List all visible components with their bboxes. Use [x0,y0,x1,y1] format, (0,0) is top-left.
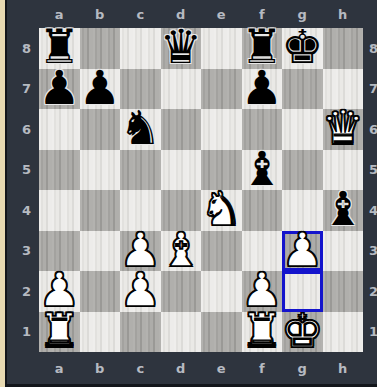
square-g3[interactable]: ♟ [282,231,323,272]
square-c5[interactable] [120,150,161,191]
piece-white-rook: ♜ [38,311,80,352]
square-g6[interactable] [282,109,323,150]
file-label-bottom-h: h [323,352,364,384]
square-e1[interactable] [201,312,242,353]
square-a4[interactable] [39,190,80,231]
square-c1[interactable] [120,312,161,353]
piece-white-knight: ♞ [200,189,242,230]
chessboard-widget: abcdefgh abcdefgh 87654321 87654321 ♜♛♜♚… [5,0,377,387]
square-f1[interactable]: ♜ [242,312,283,353]
square-d6[interactable] [161,109,202,150]
square-d2[interactable] [161,271,202,312]
square-g1[interactable]: ♚ [282,312,323,353]
piece-black-pawn: ♟ [38,68,80,109]
piece-black-pawn: ♟ [241,68,283,109]
square-f7[interactable]: ♟ [242,69,283,110]
square-c8[interactable] [120,28,161,69]
square-h3[interactable] [323,231,364,272]
square-g8[interactable]: ♚ [282,28,323,69]
square-d5[interactable] [161,150,202,191]
file-label-top-b: b [80,0,121,28]
file-label-bottom-d: d [161,352,202,384]
square-e8[interactable] [201,28,242,69]
square-e3[interactable] [201,231,242,272]
rank-label-right-4: 4 [363,190,377,231]
square-h2[interactable] [323,271,364,312]
square-f4[interactable] [242,190,283,231]
square-f5[interactable]: ♝ [242,150,283,191]
square-a1[interactable]: ♜ [39,312,80,353]
square-g7[interactable] [282,69,323,110]
piece-black-bishop: ♝ [322,189,364,230]
page-background: abcdefgh abcdefgh 87654321 87654321 ♜♛♜♚… [0,0,377,387]
square-a6[interactable] [39,109,80,150]
square-b4[interactable] [80,190,121,231]
square-b7[interactable]: ♟ [80,69,121,110]
rank-labels-right: 87654321 [363,28,377,352]
square-c2[interactable]: ♟ [120,271,161,312]
rank-label-right-3: 3 [363,231,377,272]
square-a7[interactable]: ♟ [39,69,80,110]
square-e2[interactable] [201,271,242,312]
rank-label-left-4: 4 [14,190,39,231]
file-label-bottom-c: c [120,352,161,384]
square-e6[interactable] [201,109,242,150]
piece-black-bishop: ♝ [241,149,283,190]
square-b2[interactable] [80,271,121,312]
square-h6[interactable]: ♛ [323,109,364,150]
file-label-top-e: e [201,0,242,28]
square-d8[interactable]: ♛ [161,28,202,69]
square-h4[interactable]: ♝ [323,190,364,231]
rank-label-right-7: 7 [363,69,377,110]
square-a5[interactable] [39,150,80,191]
square-h1[interactable] [323,312,364,353]
file-label-bottom-e: e [201,352,242,384]
rank-labels-left: 87654321 [14,28,39,352]
square-e4[interactable]: ♞ [201,190,242,231]
rank-label-left-6: 6 [14,109,39,150]
rank-label-right-6: 6 [363,109,377,150]
chess-board: ♜♛♜♚♟♟♟♞♛♝♞♝♟♝♟♟♟♟♜♜♚ [39,28,363,352]
square-b3[interactable] [80,231,121,272]
piece-white-rook: ♜ [241,311,283,352]
rank-label-left-2: 2 [14,271,39,312]
square-g5[interactable] [282,150,323,191]
square-h8[interactable] [323,28,364,69]
rank-label-right-8: 8 [363,28,377,69]
piece-white-king: ♚ [281,311,323,352]
file-label-top-c: c [120,0,161,28]
rank-label-right-2: 2 [363,271,377,312]
square-d1[interactable] [161,312,202,353]
piece-white-pawn: ♟ [281,230,323,271]
piece-white-pawn: ♟ [119,270,161,311]
rank-label-left-1: 1 [14,312,39,353]
square-b6[interactable] [80,109,121,150]
rank-label-left-3: 3 [14,231,39,272]
piece-white-queen: ♛ [322,108,364,149]
rank-label-left-5: 5 [14,150,39,191]
square-c6[interactable]: ♞ [120,109,161,150]
file-label-bottom-b: b [80,352,121,384]
rank-label-left-8: 8 [14,28,39,69]
square-d3[interactable]: ♝ [161,231,202,272]
square-e7[interactable] [201,69,242,110]
piece-black-knight: ♞ [119,108,161,149]
file-label-top-h: h [323,0,364,28]
square-d7[interactable] [161,69,202,110]
square-b1[interactable] [80,312,121,353]
piece-black-pawn: ♟ [79,68,121,109]
square-b5[interactable] [80,150,121,191]
rank-label-right-5: 5 [363,150,377,191]
piece-white-bishop: ♝ [160,230,202,271]
rank-label-right-1: 1 [363,312,377,353]
piece-black-king: ♚ [281,27,323,68]
piece-black-queen: ♛ [160,27,202,68]
rank-label-left-7: 7 [14,69,39,110]
